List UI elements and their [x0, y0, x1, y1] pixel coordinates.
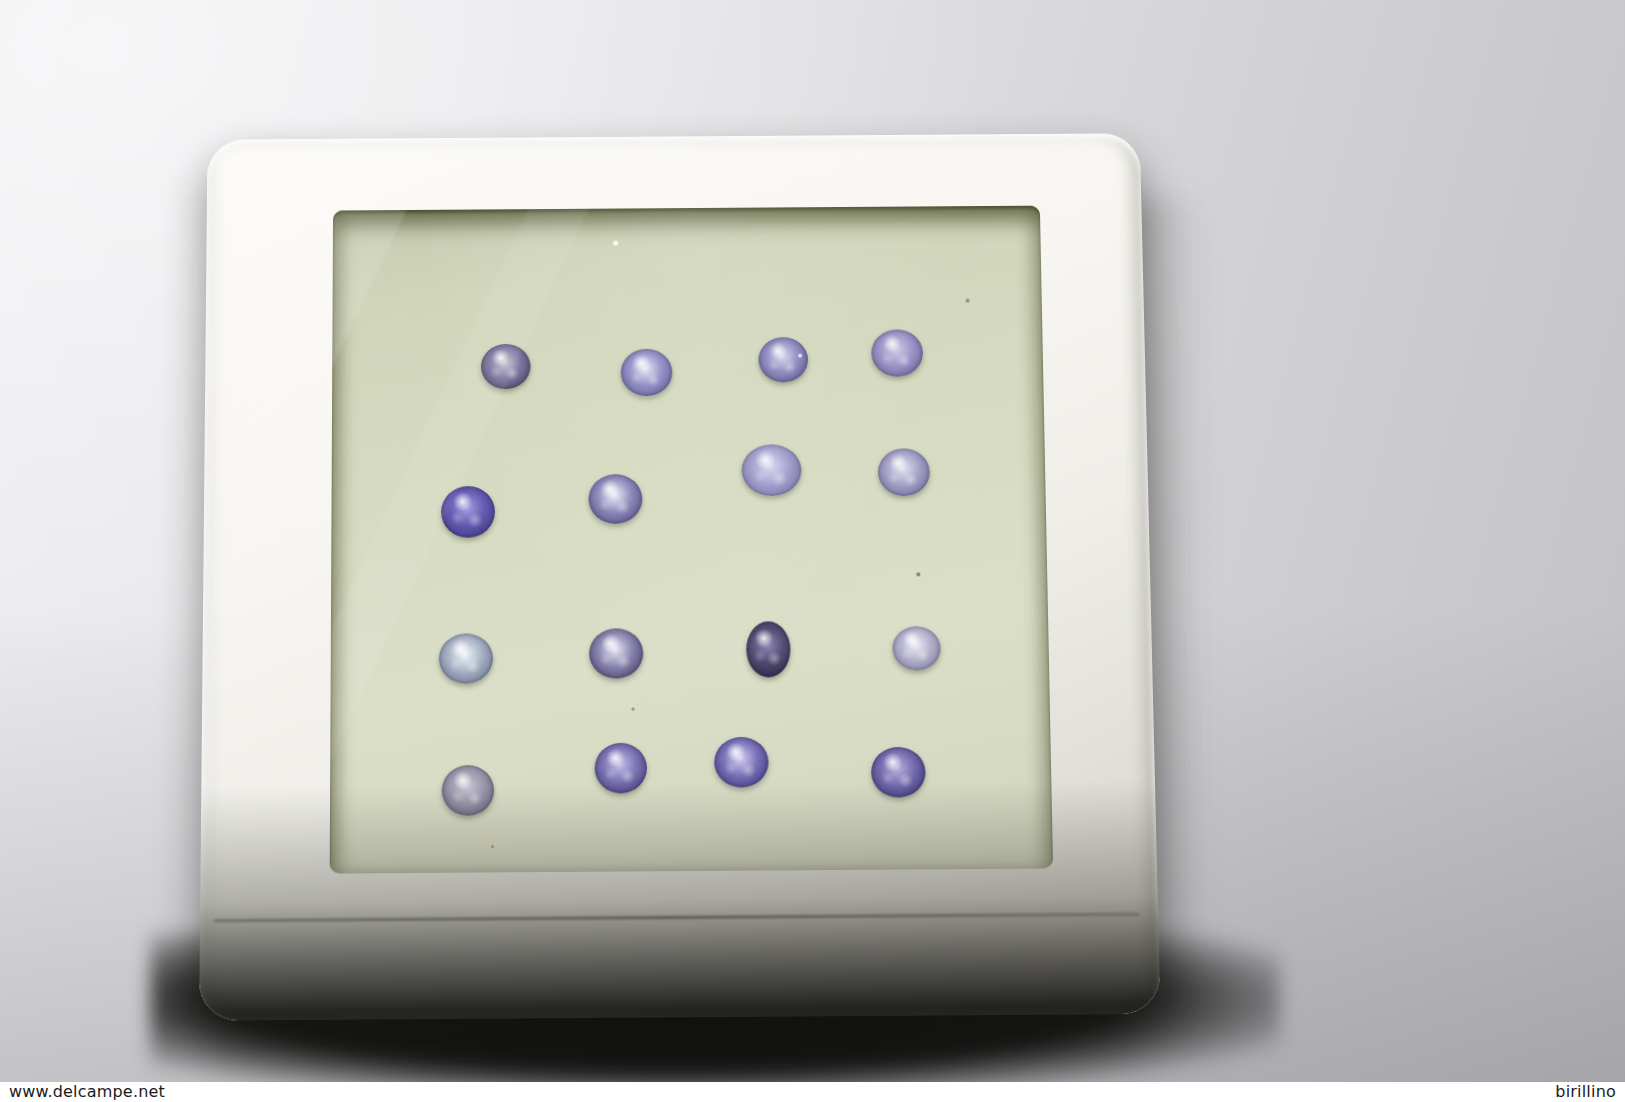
gem-display-box: [199, 133, 1160, 1020]
dust: [916, 572, 920, 576]
gem-r2c4: [878, 448, 930, 496]
gem-r4c1: [442, 765, 494, 816]
dust: [632, 708, 635, 711]
glass-window: [330, 206, 1053, 874]
gem-r4c4: [871, 747, 926, 798]
gem-r3c1: [439, 633, 493, 683]
watermark-strip: www.delcampe.net birillino: [0, 1082, 1625, 1102]
watermark-left: www.delcampe.net: [9, 1082, 165, 1102]
gem-r4c2: [595, 743, 648, 794]
gem-r3c4: [892, 626, 941, 670]
gem-r4c3: [714, 737, 769, 788]
gem-r2c1: [441, 486, 495, 538]
dust: [966, 299, 970, 303]
gem-r2c2: [588, 474, 642, 524]
gem-r1c3: [758, 337, 808, 382]
gem-r3c2: [589, 628, 643, 678]
gem-grid-4x4: [330, 206, 1053, 874]
glass-glint: [798, 354, 802, 358]
gem-r3c3: [746, 621, 791, 677]
gem-r1c1: [481, 344, 531, 390]
gem-r1c2: [621, 349, 673, 397]
lid-seam: [214, 913, 1140, 923]
watermark-right: birillino: [1555, 1082, 1616, 1102]
gem-r2c3: [741, 444, 801, 496]
glass-glint: [613, 241, 618, 246]
dust: [491, 845, 494, 848]
gem-r1c4: [871, 329, 923, 376]
photo-of-gem-box: www.delcampe.net birillino: [0, 0, 1625, 1102]
